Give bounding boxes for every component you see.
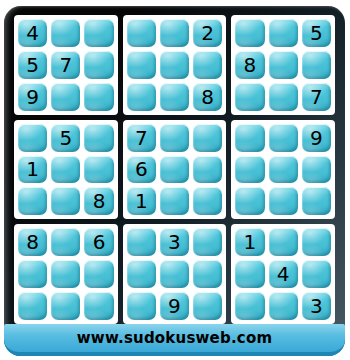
cell-r6c4[interactable]: 1 [127, 187, 156, 215]
cell-r9c9[interactable]: 3 [302, 292, 331, 320]
box-9: 143 [231, 224, 335, 324]
cell-r6c8[interactable] [269, 187, 298, 215]
box-4: 518 [14, 120, 118, 220]
cell-r1c5[interactable] [160, 19, 189, 47]
cell-r4c9[interactable]: 9 [302, 124, 331, 152]
cell-r3c5[interactable] [160, 83, 189, 111]
box-1: 4579 [14, 15, 118, 115]
cell-r8c3[interactable] [84, 260, 113, 288]
cell-r8c4[interactable] [127, 260, 156, 288]
box-8: 39 [123, 224, 227, 324]
cell-r1c4[interactable] [127, 19, 156, 47]
box-2: 28 [123, 15, 227, 115]
cell-r5c3[interactable] [84, 156, 113, 184]
cell-r8c1[interactable] [18, 260, 47, 288]
cell-r7c2[interactable] [51, 228, 80, 256]
cell-r8c2[interactable] [51, 260, 80, 288]
cell-r7c8[interactable] [269, 228, 298, 256]
cell-r3c7[interactable] [235, 83, 264, 111]
cell-r2c9[interactable] [302, 51, 331, 79]
cell-r5c5[interactable] [160, 156, 189, 184]
cell-r1c1[interactable]: 4 [18, 19, 47, 47]
box-3: 587 [231, 15, 335, 115]
cell-r4c7[interactable] [235, 124, 264, 152]
cell-r5c1[interactable]: 1 [18, 156, 47, 184]
cell-r5c9[interactable] [302, 156, 331, 184]
cell-r7c9[interactable] [302, 228, 331, 256]
cell-r3c8[interactable] [269, 83, 298, 111]
cell-r6c7[interactable] [235, 187, 264, 215]
cell-r2c2[interactable]: 7 [51, 51, 80, 79]
cell-r3c4[interactable] [127, 83, 156, 111]
cell-r8c5[interactable] [160, 260, 189, 288]
cell-r9c1[interactable] [18, 292, 47, 320]
cell-r3c6[interactable]: 8 [193, 83, 222, 111]
cell-r6c6[interactable] [193, 187, 222, 215]
cell-r1c9[interactable]: 5 [302, 19, 331, 47]
cell-r5c8[interactable] [269, 156, 298, 184]
cell-r9c8[interactable] [269, 292, 298, 320]
cell-r9c4[interactable] [127, 292, 156, 320]
cell-r2c1[interactable]: 5 [18, 51, 47, 79]
cell-r9c5[interactable]: 9 [160, 292, 189, 320]
cell-r4c8[interactable] [269, 124, 298, 152]
cell-r4c6[interactable] [193, 124, 222, 152]
cell-r4c1[interactable] [18, 124, 47, 152]
box-7: 86 [14, 224, 118, 324]
sudoku-grid: 45792858751876198639143 [14, 15, 335, 324]
site-url-link[interactable]: www.sudokusweb.com [77, 329, 272, 347]
cell-r3c9[interactable]: 7 [302, 83, 331, 111]
cell-r7c6[interactable] [193, 228, 222, 256]
cell-r1c3[interactable] [84, 19, 113, 47]
cell-r4c3[interactable] [84, 124, 113, 152]
cell-r2c5[interactable] [160, 51, 189, 79]
cell-r6c5[interactable] [160, 187, 189, 215]
board-frame: 45792858751876198639143 www.sudokusweb.c… [4, 6, 345, 356]
cell-r4c4[interactable]: 7 [127, 124, 156, 152]
cell-r5c7[interactable] [235, 156, 264, 184]
cell-r2c3[interactable] [84, 51, 113, 79]
cell-r5c4[interactable]: 6 [127, 156, 156, 184]
cell-r7c3[interactable]: 6 [84, 228, 113, 256]
cell-r3c2[interactable] [51, 83, 80, 111]
cell-r7c1[interactable]: 8 [18, 228, 47, 256]
cell-r9c3[interactable] [84, 292, 113, 320]
cell-r9c7[interactable] [235, 292, 264, 320]
cell-r7c5[interactable]: 3 [160, 228, 189, 256]
box-6: 9 [231, 120, 335, 220]
cell-r1c7[interactable] [235, 19, 264, 47]
cell-r2c7[interactable]: 8 [235, 51, 264, 79]
cell-r2c6[interactable] [193, 51, 222, 79]
footer-band: www.sudokusweb.com [4, 324, 345, 356]
cell-r6c9[interactable] [302, 187, 331, 215]
cell-r8c9[interactable] [302, 260, 331, 288]
cell-r7c4[interactable] [127, 228, 156, 256]
cell-r2c4[interactable] [127, 51, 156, 79]
cell-r6c2[interactable] [51, 187, 80, 215]
cell-r8c7[interactable] [235, 260, 264, 288]
cell-r5c6[interactable] [193, 156, 222, 184]
sudoku-page: 45792858751876198639143 www.sudokusweb.c… [0, 0, 350, 360]
cell-r3c1[interactable]: 9 [18, 83, 47, 111]
cell-r1c8[interactable] [269, 19, 298, 47]
cell-r9c6[interactable] [193, 292, 222, 320]
cell-r8c8[interactable]: 4 [269, 260, 298, 288]
cell-r4c2[interactable]: 5 [51, 124, 80, 152]
cell-r1c2[interactable] [51, 19, 80, 47]
cell-r5c2[interactable] [51, 156, 80, 184]
cell-r6c1[interactable] [18, 187, 47, 215]
box-5: 761 [123, 120, 227, 220]
cell-r6c3[interactable]: 8 [84, 187, 113, 215]
cell-r8c6[interactable] [193, 260, 222, 288]
cell-r4c5[interactable] [160, 124, 189, 152]
cell-r2c8[interactable] [269, 51, 298, 79]
cell-r9c2[interactable] [51, 292, 80, 320]
cell-r7c7[interactable]: 1 [235, 228, 264, 256]
cell-r3c3[interactable] [84, 83, 113, 111]
cell-r1c6[interactable]: 2 [193, 19, 222, 47]
